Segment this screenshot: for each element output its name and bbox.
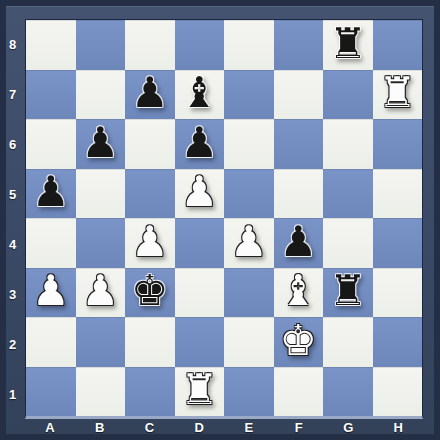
black-pawn-a5[interactable]: ♟ xyxy=(32,171,70,213)
square-e3[interactable] xyxy=(224,268,274,318)
square-e4[interactable]: ♟ xyxy=(224,218,274,268)
square-b6[interactable]: ♟ xyxy=(76,119,126,169)
square-e1[interactable] xyxy=(224,367,274,417)
square-g4[interactable] xyxy=(323,218,373,268)
square-a7[interactable] xyxy=(26,70,76,120)
square-b2[interactable] xyxy=(76,317,126,367)
square-h3[interactable] xyxy=(373,268,423,318)
square-h7[interactable]: ♜ xyxy=(373,70,423,120)
square-c7[interactable]: ♟ xyxy=(125,70,175,120)
square-h2[interactable] xyxy=(373,317,423,367)
rank-label-6: 6 xyxy=(0,119,25,169)
square-g6[interactable] xyxy=(323,119,373,169)
square-f3[interactable]: ♝ xyxy=(274,268,324,318)
chessboard-frame: 87654321 ♜♟♝♜♟♟♟♟♟♟♟♟♟♚♝♜♚♜ ABCDEFGH xyxy=(0,0,440,440)
file-labels: ABCDEFGH xyxy=(25,420,423,434)
square-c5[interactable] xyxy=(125,169,175,219)
square-f6[interactable] xyxy=(274,119,324,169)
square-d8[interactable] xyxy=(175,20,225,70)
file-label-F: F xyxy=(274,420,324,435)
square-a6[interactable] xyxy=(26,119,76,169)
white-pawn-b3[interactable]: ♟ xyxy=(81,270,119,312)
square-b4[interactable] xyxy=(76,218,126,268)
square-g7[interactable] xyxy=(323,70,373,120)
rank-label-7: 7 xyxy=(0,69,25,119)
square-g8[interactable]: ♜ xyxy=(323,20,373,70)
square-g1[interactable] xyxy=(323,367,373,417)
chessboard: ♜♟♝♜♟♟♟♟♟♟♟♟♟♚♝♜♚♜ xyxy=(25,19,423,419)
file-label-E: E xyxy=(224,420,274,435)
square-b5[interactable] xyxy=(76,169,126,219)
black-pawn-f4[interactable]: ♟ xyxy=(279,221,317,263)
square-b8[interactable] xyxy=(76,20,126,70)
square-a3[interactable]: ♟ xyxy=(26,268,76,318)
white-rook-h7[interactable]: ♜ xyxy=(378,72,416,114)
black-pawn-b6[interactable]: ♟ xyxy=(81,122,119,164)
square-h5[interactable] xyxy=(373,169,423,219)
square-b7[interactable] xyxy=(76,70,126,120)
square-c4[interactable]: ♟ xyxy=(125,218,175,268)
white-pawn-e4[interactable]: ♟ xyxy=(230,221,268,263)
square-c3[interactable]: ♚ xyxy=(125,268,175,318)
rank-label-4: 4 xyxy=(0,219,25,269)
square-f8[interactable] xyxy=(274,20,324,70)
square-f4[interactable]: ♟ xyxy=(274,218,324,268)
square-f5[interactable] xyxy=(274,169,324,219)
white-king-f2[interactable]: ♚ xyxy=(279,320,317,362)
square-a5[interactable]: ♟ xyxy=(26,169,76,219)
square-d5[interactable]: ♟ xyxy=(175,169,225,219)
square-d2[interactable] xyxy=(175,317,225,367)
file-label-H: H xyxy=(373,420,423,435)
square-e5[interactable] xyxy=(224,169,274,219)
square-e8[interactable] xyxy=(224,20,274,70)
square-g2[interactable] xyxy=(323,317,373,367)
square-c8[interactable] xyxy=(125,20,175,70)
rank-label-8: 8 xyxy=(0,19,25,69)
square-d4[interactable] xyxy=(175,218,225,268)
rank-label-1: 1 xyxy=(0,369,25,419)
file-label-G: G xyxy=(324,420,374,435)
square-h4[interactable] xyxy=(373,218,423,268)
black-rook-g3[interactable]: ♜ xyxy=(329,270,367,312)
square-h1[interactable] xyxy=(373,367,423,417)
square-f1[interactable] xyxy=(274,367,324,417)
square-b3[interactable]: ♟ xyxy=(76,268,126,318)
square-d1[interactable]: ♜ xyxy=(175,367,225,417)
square-e6[interactable] xyxy=(224,119,274,169)
square-d7[interactable]: ♝ xyxy=(175,70,225,120)
square-a2[interactable] xyxy=(26,317,76,367)
square-g3[interactable]: ♜ xyxy=(323,268,373,318)
square-h8[interactable] xyxy=(373,20,423,70)
square-f2[interactable]: ♚ xyxy=(274,317,324,367)
square-e7[interactable] xyxy=(224,70,274,120)
square-e2[interactable] xyxy=(224,317,274,367)
black-king-c3[interactable]: ♚ xyxy=(131,270,169,312)
square-d6[interactable]: ♟ xyxy=(175,119,225,169)
rank-label-2: 2 xyxy=(0,319,25,369)
file-label-A: A xyxy=(25,420,75,435)
rank-label-5: 5 xyxy=(0,169,25,219)
file-label-D: D xyxy=(174,420,224,435)
square-f7[interactable] xyxy=(274,70,324,120)
white-pawn-d5[interactable]: ♟ xyxy=(180,171,218,213)
rank-labels: 87654321 xyxy=(0,19,25,419)
square-a1[interactable] xyxy=(26,367,76,417)
black-rook-g8[interactable]: ♜ xyxy=(329,23,367,65)
white-bishop-f3[interactable]: ♝ xyxy=(279,270,317,312)
square-d3[interactable] xyxy=(175,268,225,318)
rank-label-3: 3 xyxy=(0,269,25,319)
square-h6[interactable] xyxy=(373,119,423,169)
white-rook-d1[interactable]: ♜ xyxy=(180,369,218,411)
square-g5[interactable] xyxy=(323,169,373,219)
square-c1[interactable] xyxy=(125,367,175,417)
square-c6[interactable] xyxy=(125,119,175,169)
black-bishop-d7[interactable]: ♝ xyxy=(180,72,218,114)
file-label-C: C xyxy=(125,420,175,435)
white-pawn-a3[interactable]: ♟ xyxy=(32,270,70,312)
square-c2[interactable] xyxy=(125,317,175,367)
white-pawn-c4[interactable]: ♟ xyxy=(131,221,169,263)
square-a8[interactable] xyxy=(26,20,76,70)
square-b1[interactable] xyxy=(76,367,126,417)
black-pawn-d6[interactable]: ♟ xyxy=(180,122,218,164)
file-label-B: B xyxy=(75,420,125,435)
black-pawn-c7[interactable]: ♟ xyxy=(131,72,169,114)
square-a4[interactable] xyxy=(26,218,76,268)
